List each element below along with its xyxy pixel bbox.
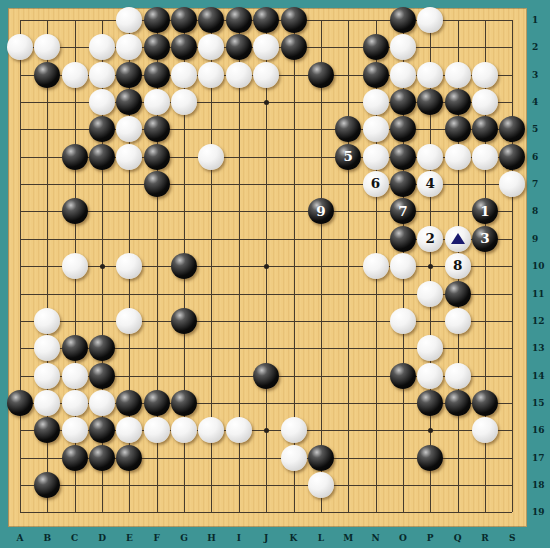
black-stone[interactable] [499,116,525,142]
white-stone[interactable] [226,62,252,88]
black-stone[interactable] [116,445,142,471]
white-stone[interactable] [363,253,389,279]
black-stone[interactable] [116,390,142,416]
row-label: 19 [532,507,545,517]
row-label: 5 [532,124,538,134]
black-stone[interactable] [171,34,197,60]
black-stone[interactable]: 7 [390,198,416,224]
row-label: 10 [532,261,545,271]
col-label: C [71,533,78,543]
white-stone[interactable] [363,89,389,115]
black-stone[interactable] [390,144,416,170]
col-label: R [481,533,488,543]
white-stone[interactable] [390,62,416,88]
black-stone[interactable] [363,62,389,88]
white-stone[interactable] [116,144,142,170]
black-stone[interactable] [417,89,443,115]
black-stone[interactable] [472,390,498,416]
black-stone[interactable] [499,144,525,170]
white-stone[interactable] [34,308,60,334]
col-label: B [44,533,52,543]
black-stone[interactable] [144,34,170,60]
white-stone[interactable] [417,335,443,361]
white-stone[interactable] [34,34,60,60]
move-number-label: 9 [316,205,325,219]
black-stone[interactable] [62,144,88,170]
white-stone[interactable] [253,34,279,60]
black-stone[interactable] [226,34,252,60]
white-stone[interactable] [89,390,115,416]
white-stone[interactable] [62,62,88,88]
white-stone[interactable] [417,363,443,389]
white-stone[interactable] [417,7,443,33]
white-stone[interactable] [226,417,252,443]
white-stone[interactable] [390,253,416,279]
row-label: 11 [532,289,545,299]
black-stone[interactable]: 3 [472,226,498,252]
black-stone[interactable] [62,198,88,224]
move-number-label: 5 [343,150,352,164]
white-stone[interactable] [281,417,307,443]
white-stone[interactable] [171,62,197,88]
row-label: 16 [532,425,545,435]
grid-line-horizontal [20,321,512,322]
move-number-label: 1 [480,205,489,219]
black-stone[interactable] [308,445,334,471]
white-stone[interactable] [144,89,170,115]
white-stone[interactable] [171,89,197,115]
white-stone[interactable] [499,171,525,197]
black-stone[interactable] [89,417,115,443]
white-stone[interactable] [198,62,224,88]
white-stone[interactable] [445,363,471,389]
col-label: I [237,533,241,543]
white-stone[interactable] [198,417,224,443]
white-stone[interactable] [445,226,471,252]
black-stone[interactable] [144,390,170,416]
white-stone[interactable] [417,62,443,88]
black-stone[interactable] [144,144,170,170]
white-stone[interactable] [198,34,224,60]
black-stone[interactable] [198,7,224,33]
row-label: 4 [532,97,538,107]
white-stone[interactable] [363,116,389,142]
black-stone[interactable] [253,363,279,389]
row-label: 6 [532,152,538,162]
white-stone[interactable] [308,472,334,498]
black-stone[interactable] [116,62,142,88]
col-label: O [399,533,407,543]
row-label: 15 [532,398,545,408]
white-stone[interactable] [89,89,115,115]
black-stone[interactable] [390,226,416,252]
black-stone[interactable] [390,116,416,142]
white-stone[interactable] [253,62,279,88]
black-stone[interactable] [89,144,115,170]
grid-line-horizontal [20,512,512,513]
col-label: H [207,533,216,543]
col-label: F [154,533,160,543]
black-stone[interactable] [144,7,170,33]
white-stone[interactable] [116,116,142,142]
black-stone[interactable]: 9 [308,198,334,224]
black-stone[interactable] [281,7,307,33]
black-stone[interactable] [226,7,252,33]
black-stone[interactable] [417,445,443,471]
white-stone[interactable] [62,390,88,416]
grid-line-vertical [321,20,322,512]
white-stone[interactable] [445,144,471,170]
move-number-label: 3 [480,232,489,246]
white-stone[interactable]: 2 [417,226,443,252]
col-label: D [98,533,106,543]
white-stone[interactable] [62,363,88,389]
row-label: 2 [532,42,538,52]
col-label: Q [454,533,462,543]
black-stone[interactable] [445,116,471,142]
black-stone[interactable] [445,281,471,307]
white-stone[interactable] [116,34,142,60]
black-stone[interactable] [390,89,416,115]
white-stone[interactable] [472,417,498,443]
grid-line-vertical [348,20,349,512]
row-label: 17 [532,453,545,463]
white-stone[interactable] [7,34,33,60]
row-label: 1 [532,15,538,25]
row-label: 7 [532,179,538,189]
white-stone[interactable] [116,7,142,33]
white-stone[interactable] [390,34,416,60]
move-number-label: 4 [426,177,435,191]
black-stone[interactable] [116,89,142,115]
white-stone[interactable] [89,62,115,88]
move-number-label: 6 [371,177,380,191]
black-stone[interactable] [335,116,361,142]
col-label: S [509,533,516,543]
black-stone[interactable] [62,445,88,471]
col-label: L [318,533,324,543]
black-stone[interactable] [363,34,389,60]
black-stone[interactable] [253,7,279,33]
grid-line-vertical [512,20,513,512]
white-stone[interactable] [116,417,142,443]
white-stone[interactable] [116,253,142,279]
go-board[interactable]: 564971238 [8,8,527,527]
black-stone[interactable] [89,445,115,471]
white-stone[interactable] [34,335,60,361]
star-point [264,428,269,433]
black-stone[interactable]: 1 [472,198,498,224]
black-stone[interactable] [390,363,416,389]
row-label: 12 [532,316,545,326]
col-label: J [264,533,268,543]
white-stone[interactable] [472,89,498,115]
col-label: M [343,533,353,543]
col-label: P [427,533,434,543]
black-stone[interactable] [144,116,170,142]
white-stone[interactable] [445,308,471,334]
white-stone[interactable]: 8 [445,253,471,279]
col-label: A [17,533,24,543]
black-stone[interactable] [34,62,60,88]
white-stone[interactable] [472,62,498,88]
star-point [264,100,269,105]
white-stone[interactable] [62,253,88,279]
white-stone[interactable] [116,308,142,334]
grid-line-horizontal [20,485,512,486]
col-label: K [290,533,298,543]
black-stone[interactable] [472,116,498,142]
white-stone[interactable] [390,308,416,334]
black-stone[interactable] [281,34,307,60]
col-label: N [371,533,379,543]
star-point [428,428,433,433]
col-label: G [180,533,188,543]
row-label: 9 [532,234,538,244]
black-stone[interactable] [390,7,416,33]
row-label: 3 [532,70,538,80]
black-stone[interactable] [308,62,334,88]
white-stone[interactable] [34,363,60,389]
black-stone[interactable] [34,472,60,498]
white-stone[interactable] [472,144,498,170]
black-stone[interactable] [144,62,170,88]
move-number-label: 2 [426,232,435,246]
triangle-marker-icon [451,233,465,244]
white-stone[interactable] [417,281,443,307]
black-stone[interactable] [445,390,471,416]
black-stone[interactable] [144,171,170,197]
move-number-label: 7 [398,205,407,219]
star-point [100,264,105,269]
diagram-frame: 564971238 ABCDEFGHIJKLMNOPQRS12345678910… [0,0,550,548]
black-stone[interactable] [89,335,115,361]
black-stone[interactable] [417,390,443,416]
black-stone[interactable] [445,89,471,115]
black-stone[interactable] [89,116,115,142]
black-stone[interactable]: 5 [335,144,361,170]
row-label: 13 [532,343,545,353]
black-stone[interactable] [89,363,115,389]
row-label: 14 [532,371,545,381]
white-stone[interactable] [171,417,197,443]
white-stone[interactable] [34,390,60,416]
black-stone[interactable] [7,390,33,416]
white-stone[interactable] [417,144,443,170]
row-label: 8 [532,206,538,216]
white-stone[interactable] [198,144,224,170]
black-stone[interactable] [171,308,197,334]
white-stone[interactable]: 6 [363,171,389,197]
white-stone[interactable] [281,445,307,471]
star-point [428,264,433,269]
black-stone[interactable] [390,171,416,197]
black-stone[interactable] [171,253,197,279]
white-stone[interactable] [89,34,115,60]
black-stone[interactable] [171,390,197,416]
white-stone[interactable]: 4 [417,171,443,197]
white-stone[interactable] [62,417,88,443]
black-stone[interactable] [34,417,60,443]
white-stone[interactable] [144,417,170,443]
black-stone[interactable] [62,335,88,361]
col-label: E [126,533,133,543]
row-label: 18 [532,480,545,490]
move-number-label: 8 [453,259,462,273]
white-stone[interactable] [363,144,389,170]
white-stone[interactable] [445,62,471,88]
black-stone[interactable] [171,7,197,33]
star-point [264,264,269,269]
